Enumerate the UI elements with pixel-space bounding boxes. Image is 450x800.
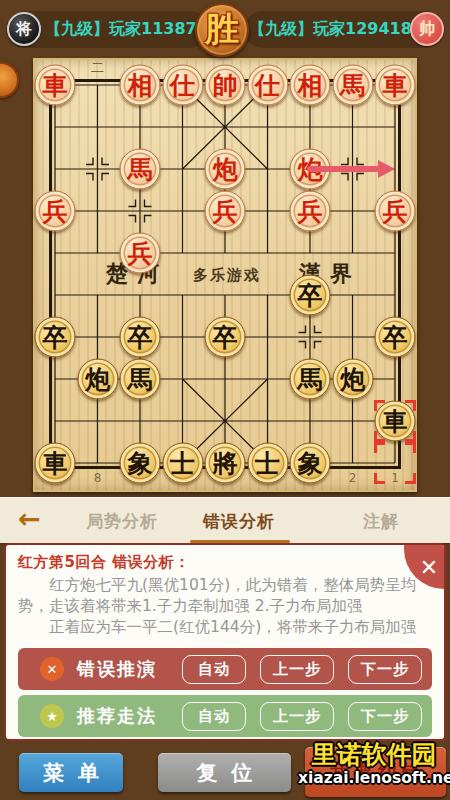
win-badge: 胜: [195, 3, 249, 57]
black-piece-r[interactable]: 車: [375, 401, 416, 442]
menu-button[interactable]: 菜单: [19, 753, 123, 792]
red-piece-e[interactable]: 相: [290, 65, 331, 106]
red-general-glyph: 帅: [419, 19, 435, 40]
red-piece-c[interactable]: 炮: [205, 149, 246, 190]
red-piece-p[interactable]: 兵: [35, 191, 76, 232]
black-piece-p[interactable]: 卒: [375, 317, 416, 358]
red-piece-a[interactable]: 仕: [162, 65, 203, 106]
file-label-bottom: 1: [391, 471, 399, 485]
black-piece-p[interactable]: 卒: [205, 317, 246, 358]
recommend-auto-button[interactable]: 自动: [182, 702, 246, 731]
file-label-bottom: 2: [349, 471, 357, 485]
black-piece-h[interactable]: 馬: [290, 359, 331, 400]
tab-error-analysis[interactable]: 错误分析: [203, 510, 275, 533]
red-piece-h[interactable]: 馬: [120, 149, 161, 190]
red-piece-r[interactable]: 車: [375, 65, 416, 106]
black-piece-a[interactable]: 士: [162, 443, 203, 484]
recommend-prev-button[interactable]: 上一步: [260, 702, 334, 731]
win-glyph: 胜: [205, 7, 239, 53]
reset-button[interactable]: 复位: [158, 753, 291, 792]
red-piece-r[interactable]: 車: [35, 65, 76, 106]
recommended-moves-label: 推荐走法: [77, 704, 157, 728]
error-auto-button[interactable]: 自动: [182, 655, 246, 684]
black-side-icon: 将: [7, 12, 41, 46]
analysis-line-1: 红方炮七平九(黑优101分)，此为错着，整体局势呈均势，走该着将带来1.子力牵制…: [18, 575, 426, 617]
report-error-button[interactable]: 我要纠错: [305, 747, 446, 797]
tab-situation-analysis[interactable]: 局势分析: [86, 510, 158, 533]
red-piece-h[interactable]: 馬: [332, 65, 373, 106]
black-general-glyph: 将: [16, 19, 32, 40]
red-piece-e[interactable]: 相: [120, 65, 161, 106]
recommended-moves-row: ★ 推荐走法 自动 上一步 下一步: [18, 695, 432, 737]
analysis-title: 红方第5回合 错误分析：: [18, 553, 190, 572]
error-next-button[interactable]: 下一步: [348, 655, 422, 684]
black-piece-c[interactable]: 炮: [332, 359, 373, 400]
red-piece-k[interactable]: 帥: [205, 65, 246, 106]
red-piece-p[interactable]: 兵: [375, 191, 416, 232]
back-arrow-icon[interactable]: ←: [18, 503, 41, 535]
corner-badge[interactable]: [0, 62, 19, 98]
close-icon: ✕: [420, 555, 438, 580]
top-bar: 将 【九级】玩家1138744.. 胜 【九级】玩家1294187.. 帅: [0, 0, 450, 57]
xiangqi-board[interactable]: 楚河 多乐游戏 漢界 二821 車相仕帥仕相馬車馬炮炮兵兵兵兵兵卒卒卒卒卒炮馬馬…: [33, 58, 417, 492]
error-x-icon: ✕: [40, 657, 64, 681]
error-replay-row: ✕ 错误推演 自动 上一步 下一步: [18, 648, 432, 690]
black-piece-e[interactable]: 象: [290, 443, 331, 484]
error-analysis-panel: 红方第5回合 错误分析： 红方炮七平九(黑优101分)，此为错着，整体局势呈均势…: [4, 543, 446, 741]
bottom-bar: 菜单 复位 我要纠错: [0, 741, 450, 800]
error-replay-label: 错误推演: [77, 657, 157, 681]
analysis-body: 红方炮七平九(黑优101分)，此为错着，整体局势呈均势，走该着将带来1.子力牵制…: [18, 575, 426, 638]
file-label-top: 二: [91, 59, 104, 77]
black-piece-r[interactable]: 車: [35, 443, 76, 484]
red-piece-a[interactable]: 仕: [247, 65, 288, 106]
black-piece-h[interactable]: 馬: [120, 359, 161, 400]
black-piece-e[interactable]: 象: [120, 443, 161, 484]
black-piece-p[interactable]: 卒: [120, 317, 161, 358]
tab-notes[interactable]: 注解: [363, 510, 399, 533]
file-label-bottom: 8: [94, 471, 102, 485]
red-piece-c[interactable]: 炮: [290, 149, 331, 190]
error-prev-button[interactable]: 上一步: [260, 655, 334, 684]
black-piece-p[interactable]: 卒: [35, 317, 76, 358]
star-icon: ★: [40, 704, 64, 728]
red-piece-p[interactable]: 兵: [205, 191, 246, 232]
red-piece-p[interactable]: 兵: [120, 233, 161, 274]
red-side-icon: 帅: [410, 12, 444, 46]
right-player-name: 【九级】玩家1294187..: [249, 19, 435, 40]
black-piece-a[interactable]: 士: [247, 443, 288, 484]
analysis-tab-bar: ← 局势分析 错误分析 注解: [0, 497, 450, 543]
black-piece-c[interactable]: 炮: [77, 359, 118, 400]
recommend-next-button[interactable]: 下一步: [348, 702, 422, 731]
black-piece-p[interactable]: 卒: [290, 275, 331, 316]
analysis-line-2: 正着应为车一平二(红优144分)，将带来子力布局加强: [18, 617, 426, 638]
red-piece-p[interactable]: 兵: [290, 191, 331, 232]
app-screen: 将 【九级】玩家1138744.. 胜 【九级】玩家1294187.. 帅 楚河…: [0, 0, 450, 800]
black-piece-k[interactable]: 將: [205, 443, 246, 484]
river-center-appname: 多乐游戏: [193, 266, 261, 285]
